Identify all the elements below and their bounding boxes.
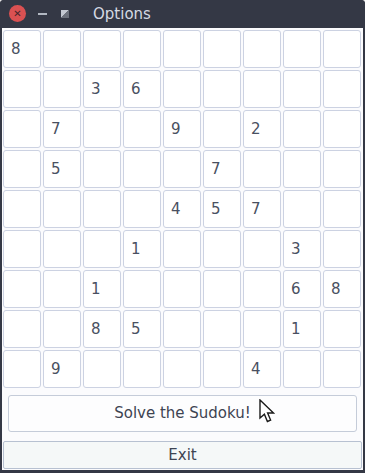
sudoku-cell-r5c5[interactable]: 4 bbox=[163, 190, 201, 228]
sudoku-cell-r5c8[interactable] bbox=[283, 190, 321, 228]
sudoku-cell-r7c3[interactable]: 1 bbox=[83, 270, 121, 308]
sudoku-cell-r5c9[interactable] bbox=[323, 190, 361, 228]
sudoku-cell-r2c1[interactable] bbox=[3, 70, 41, 108]
sudoku-cell-r6c1[interactable] bbox=[3, 230, 41, 268]
sudoku-cell-r7c8[interactable]: 6 bbox=[283, 270, 321, 308]
minimize-button[interactable] bbox=[37, 8, 48, 20]
sudoku-cell-r9c9[interactable] bbox=[323, 350, 361, 388]
titlebar[interactable]: ✕ Options bbox=[0, 0, 365, 28]
sudoku-cell-r1c6[interactable] bbox=[203, 30, 241, 68]
sudoku-cell-r7c4[interactable] bbox=[123, 270, 161, 308]
sudoku-cell-r9c6[interactable] bbox=[203, 350, 241, 388]
sudoku-cell-r4c6[interactable]: 7 bbox=[203, 150, 241, 188]
sudoku-cell-r7c6[interactable] bbox=[203, 270, 241, 308]
sudoku-cell-r2c5[interactable] bbox=[163, 70, 201, 108]
sudoku-cell-r2c9[interactable] bbox=[323, 70, 361, 108]
sudoku-cell-r1c3[interactable] bbox=[83, 30, 121, 68]
sudoku-cell-r1c8[interactable] bbox=[283, 30, 321, 68]
sudoku-cell-r9c2[interactable]: 9 bbox=[43, 350, 81, 388]
sudoku-cell-r2c7[interactable] bbox=[243, 70, 281, 108]
sudoku-cell-r1c5[interactable] bbox=[163, 30, 201, 68]
sudoku-cell-r4c1[interactable] bbox=[3, 150, 41, 188]
sudoku-cell-r4c2[interactable]: 5 bbox=[43, 150, 81, 188]
sudoku-cell-r3c1[interactable] bbox=[3, 110, 41, 148]
sudoku-cell-r6c5[interactable] bbox=[163, 230, 201, 268]
sudoku-cell-r4c8[interactable] bbox=[283, 150, 321, 188]
close-button[interactable]: ✕ bbox=[9, 5, 26, 22]
sudoku-cell-r3c6[interactable] bbox=[203, 110, 241, 148]
maximize-button[interactable] bbox=[60, 9, 70, 19]
sudoku-cell-r8c3[interactable]: 8 bbox=[83, 310, 121, 348]
maximize-icon bbox=[61, 10, 69, 18]
sudoku-cell-r2c3[interactable]: 3 bbox=[83, 70, 121, 108]
sudoku-cell-r3c7[interactable]: 2 bbox=[243, 110, 281, 148]
sudoku-cell-r8c6[interactable] bbox=[203, 310, 241, 348]
sudoku-cell-r5c6[interactable]: 5 bbox=[203, 190, 241, 228]
sudoku-cell-r8c5[interactable] bbox=[163, 310, 201, 348]
sudoku-cell-r5c1[interactable] bbox=[3, 190, 41, 228]
sudoku-cell-r3c8[interactable] bbox=[283, 110, 321, 148]
options-window: ✕ Options 836792574571316885194 Solve th… bbox=[0, 0, 365, 473]
sudoku-cell-r9c7[interactable]: 4 bbox=[243, 350, 281, 388]
sudoku-cell-r2c6[interactable] bbox=[203, 70, 241, 108]
sudoku-cell-r2c4[interactable]: 6 bbox=[123, 70, 161, 108]
sudoku-cell-r9c8[interactable] bbox=[283, 350, 321, 388]
sudoku-cell-r6c9[interactable] bbox=[323, 230, 361, 268]
window-title: Options bbox=[93, 0, 151, 28]
sudoku-cell-r7c1[interactable] bbox=[3, 270, 41, 308]
sudoku-cell-r9c3[interactable] bbox=[83, 350, 121, 388]
minimize-icon bbox=[38, 13, 47, 15]
sudoku-cell-r3c5[interactable]: 9 bbox=[163, 110, 201, 148]
sudoku-cell-r8c8[interactable]: 1 bbox=[283, 310, 321, 348]
sudoku-cell-r4c7[interactable] bbox=[243, 150, 281, 188]
sudoku-cell-r6c4[interactable]: 1 bbox=[123, 230, 161, 268]
sudoku-cell-r8c1[interactable] bbox=[3, 310, 41, 348]
sudoku-cell-r1c4[interactable] bbox=[123, 30, 161, 68]
sudoku-cell-r8c4[interactable]: 5 bbox=[123, 310, 161, 348]
sudoku-cell-r7c9[interactable]: 8 bbox=[323, 270, 361, 308]
sudoku-cell-r6c7[interactable] bbox=[243, 230, 281, 268]
sudoku-cell-r5c2[interactable] bbox=[43, 190, 81, 228]
sudoku-cell-r5c7[interactable]: 7 bbox=[243, 190, 281, 228]
sudoku-cell-r4c5[interactable] bbox=[163, 150, 201, 188]
sudoku-cell-r5c3[interactable] bbox=[83, 190, 121, 228]
sudoku-cell-r7c2[interactable] bbox=[43, 270, 81, 308]
sudoku-cell-r2c2[interactable] bbox=[43, 70, 81, 108]
sudoku-cell-r6c6[interactable] bbox=[203, 230, 241, 268]
solve-button-container: Solve the Sudoku! bbox=[3, 388, 362, 439]
sudoku-cell-r5c4[interactable] bbox=[123, 190, 161, 228]
sudoku-cell-r1c9[interactable] bbox=[323, 30, 361, 68]
window-content: 836792574571316885194 Solve the Sudoku! … bbox=[0, 28, 365, 473]
solve-button[interactable]: Solve the Sudoku! bbox=[8, 395, 357, 432]
sudoku-cell-r8c2[interactable] bbox=[43, 310, 81, 348]
sudoku-cell-r3c9[interactable] bbox=[323, 110, 361, 148]
sudoku-cell-r7c7[interactable] bbox=[243, 270, 281, 308]
sudoku-cell-r9c5[interactable] bbox=[163, 350, 201, 388]
sudoku-cell-r4c3[interactable] bbox=[83, 150, 121, 188]
close-icon: ✕ bbox=[13, 9, 21, 19]
sudoku-cell-r6c2[interactable] bbox=[43, 230, 81, 268]
sudoku-cell-r4c9[interactable] bbox=[323, 150, 361, 188]
sudoku-cell-r1c7[interactable] bbox=[243, 30, 281, 68]
sudoku-cell-r7c5[interactable] bbox=[163, 270, 201, 308]
sudoku-cell-r3c2[interactable]: 7 bbox=[43, 110, 81, 148]
sudoku-cell-r8c9[interactable] bbox=[323, 310, 361, 348]
sudoku-grid: 836792574571316885194 bbox=[3, 30, 362, 388]
sudoku-cell-r6c8[interactable]: 3 bbox=[283, 230, 321, 268]
sudoku-cell-r3c3[interactable] bbox=[83, 110, 121, 148]
sudoku-cell-r1c2[interactable] bbox=[43, 30, 81, 68]
sudoku-cell-r8c7[interactable] bbox=[243, 310, 281, 348]
exit-button[interactable]: Exit bbox=[3, 441, 362, 469]
sudoku-cell-r9c1[interactable] bbox=[3, 350, 41, 388]
sudoku-cell-r2c8[interactable] bbox=[283, 70, 321, 108]
sudoku-cell-r9c4[interactable] bbox=[123, 350, 161, 388]
sudoku-cell-r3c4[interactable] bbox=[123, 110, 161, 148]
sudoku-cell-r1c1[interactable]: 8 bbox=[3, 30, 41, 68]
sudoku-cell-r6c3[interactable] bbox=[83, 230, 121, 268]
sudoku-cell-r4c4[interactable] bbox=[123, 150, 161, 188]
